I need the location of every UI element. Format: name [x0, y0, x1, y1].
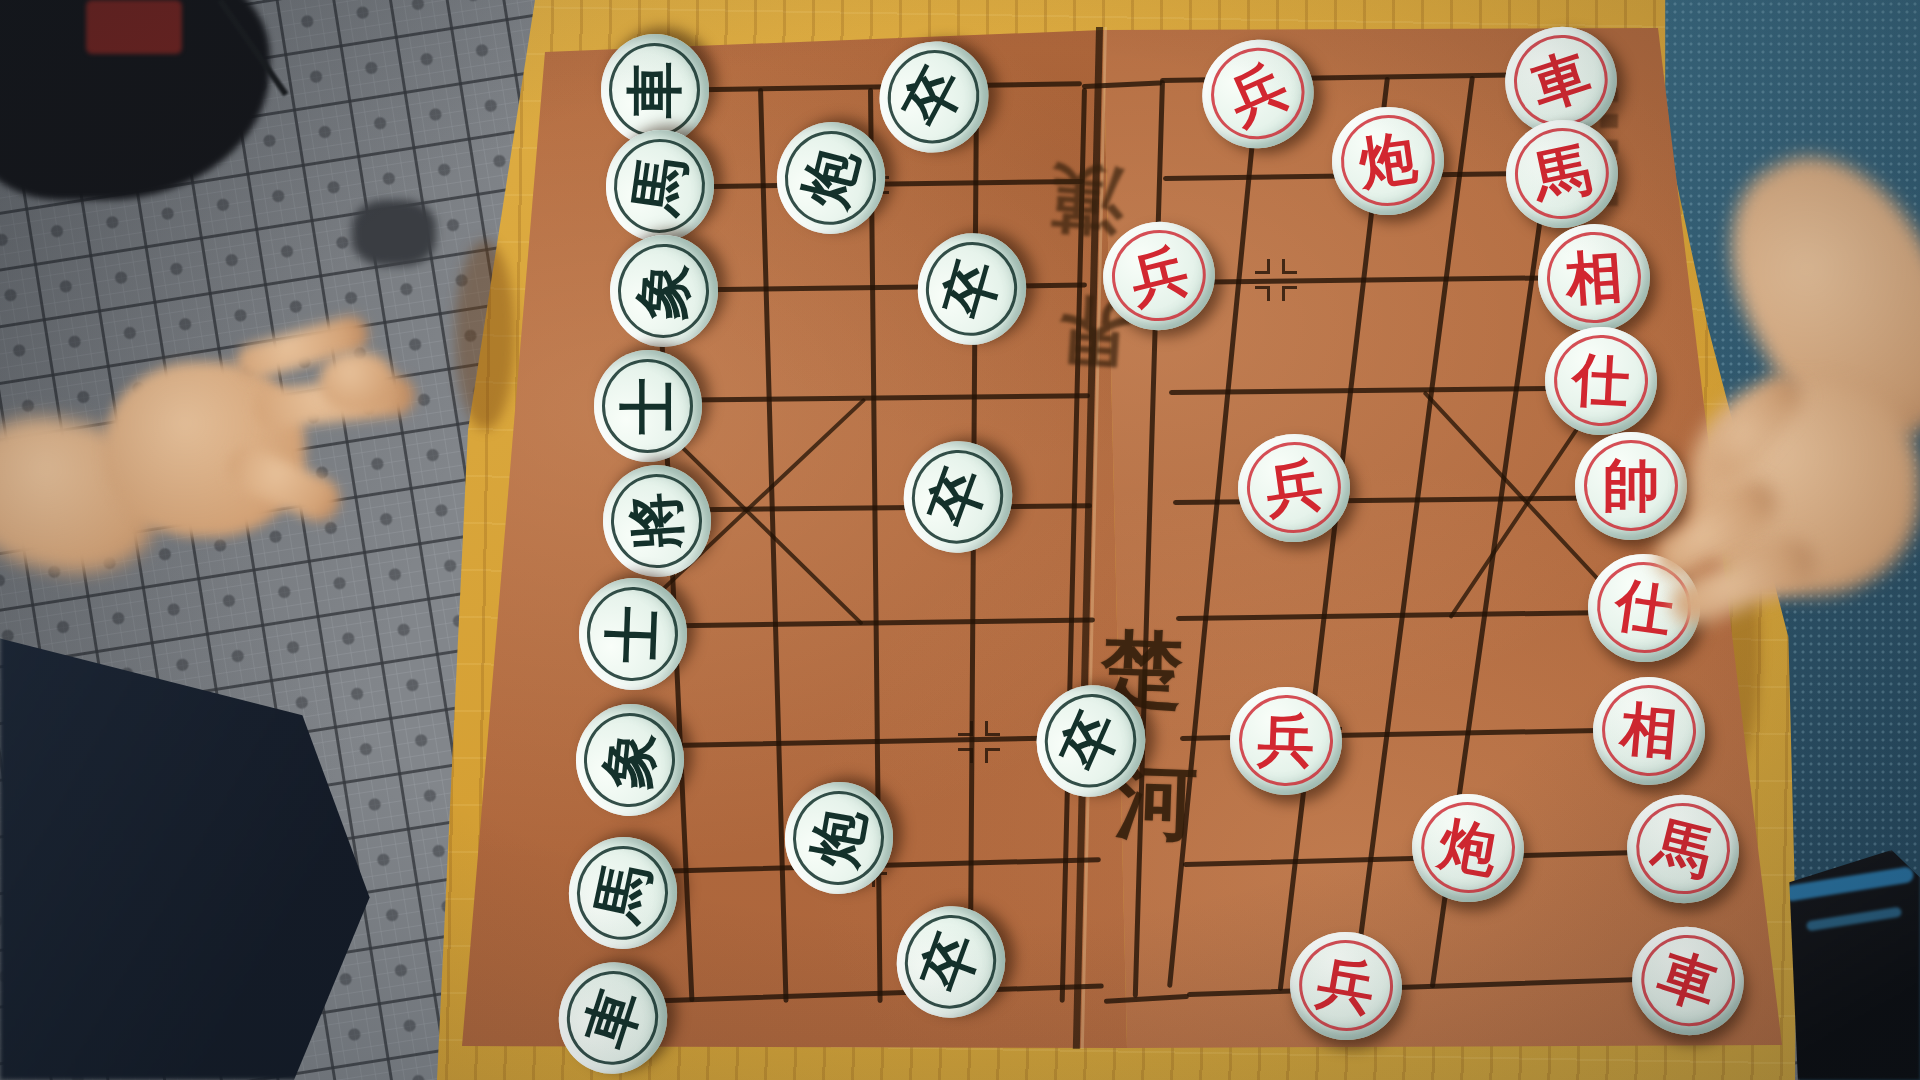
grid-line: [1282, 259, 1297, 274]
piece-red-advisor[interactable]: 仕: [1542, 324, 1659, 438]
piece-glyph: 馬: [559, 827, 688, 959]
piece-black-horse[interactable]: 馬: [559, 827, 688, 959]
piece-red-soldier[interactable]: 兵: [1231, 427, 1357, 550]
piece-glyph: 士: [594, 350, 702, 462]
grid-line: [1282, 286, 1297, 301]
piece-glyph: 相: [1534, 220, 1653, 336]
piece-black-cannon[interactable]: 炮: [776, 773, 902, 902]
grid-line: [1255, 259, 1270, 274]
piece-glyph: 士: [577, 576, 689, 692]
piece-red-soldier[interactable]: 兵: [1228, 685, 1344, 797]
piece-glyph: 馬: [1496, 110, 1628, 239]
grid-line: [985, 721, 1000, 736]
red-object: [86, 0, 182, 54]
grid-line: [985, 748, 1000, 763]
piece-glyph: 兵: [1281, 923, 1410, 1049]
piece-glyph: 馬: [599, 123, 722, 249]
dark-patch: [352, 200, 436, 266]
shoe-lace: [1806, 907, 1902, 932]
grid-line: [958, 721, 973, 736]
piece-black-elephant[interactable]: 象: [606, 231, 722, 350]
piece-red-elephant[interactable]: 相: [1534, 220, 1653, 336]
piece-glyph: 帥: [1575, 432, 1687, 540]
piece-glyph: 仕: [1542, 324, 1659, 438]
right-player-shoe: [1778, 850, 1920, 1080]
wood-stain-1: [455, 240, 515, 430]
piece-black-advisor[interactable]: 士: [577, 576, 689, 692]
piece-red-cannon[interactable]: 炮: [1325, 100, 1451, 223]
piece-glyph: 炮: [1325, 100, 1451, 223]
piece-red-soldier[interactable]: 兵: [1281, 923, 1410, 1049]
piece-glyph: 象: [606, 231, 722, 350]
piece-black-elephant[interactable]: 象: [570, 699, 689, 822]
piece-glyph: 兵: [1228, 685, 1344, 797]
grid-line: [1255, 286, 1270, 301]
river-char: 漢: [1048, 161, 1127, 240]
piece-glyph: 象: [570, 699, 689, 822]
photo-scene: 漢 界 楚 河 車馬象士將士象馬車炮炮卒卒卒卒卒車馬相仕帥仕相馬車炮炮兵兵兵兵兵: [0, 0, 1920, 1080]
piece-glyph: 相: [1589, 672, 1710, 789]
piece-black-horse[interactable]: 馬: [599, 123, 722, 249]
piece-glyph: 兵: [1231, 427, 1357, 550]
piece-red-general[interactable]: 帥: [1575, 432, 1687, 540]
piece-glyph: 將: [599, 461, 715, 580]
grid-line: [958, 748, 973, 763]
piece-glyph: 炮: [776, 773, 902, 902]
bystander-top-left: [0, 0, 440, 360]
piece-red-cannon[interactable]: 炮: [1403, 785, 1532, 911]
piece-black-advisor[interactable]: 士: [594, 350, 702, 462]
piece-black-general[interactable]: 將: [599, 461, 715, 580]
piece-red-horse[interactable]: 馬: [1496, 110, 1628, 239]
piece-red-elephant[interactable]: 相: [1589, 672, 1710, 789]
piece-glyph: 炮: [1403, 785, 1532, 911]
left-knuckle: [320, 352, 394, 410]
